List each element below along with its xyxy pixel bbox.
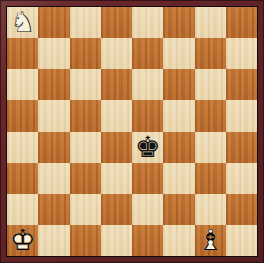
square-d5[interactable] [101, 100, 132, 131]
square-f1[interactable] [163, 225, 194, 256]
piece-black-king-e4[interactable]: ♚ [132, 132, 163, 163]
square-b6[interactable] [38, 69, 69, 100]
square-c4[interactable] [70, 132, 101, 163]
square-f8[interactable] [163, 7, 194, 38]
square-b7[interactable] [38, 38, 69, 69]
square-a5[interactable] [7, 100, 38, 131]
square-b5[interactable] [38, 100, 69, 131]
square-d1[interactable] [101, 225, 132, 256]
square-a1[interactable]: ♚♔ [7, 225, 38, 256]
square-c5[interactable] [70, 100, 101, 131]
square-g7[interactable] [195, 38, 226, 69]
black-king-glyph: ♚ [132, 132, 163, 163]
square-d7[interactable] [101, 38, 132, 69]
piece-white-knight-a8[interactable]: ♞♘ [7, 7, 38, 38]
square-d4[interactable] [101, 132, 132, 163]
square-e6[interactable] [132, 69, 163, 100]
square-b1[interactable] [38, 225, 69, 256]
square-c7[interactable] [70, 38, 101, 69]
square-e3[interactable] [132, 163, 163, 194]
square-g4[interactable] [195, 132, 226, 163]
square-b8[interactable] [38, 7, 69, 38]
square-g3[interactable] [195, 163, 226, 194]
square-g2[interactable] [195, 194, 226, 225]
square-c3[interactable] [70, 163, 101, 194]
piece-white-king-a1[interactable]: ♚♔ [7, 225, 38, 256]
square-e8[interactable] [132, 7, 163, 38]
square-c2[interactable] [70, 194, 101, 225]
square-g1[interactable]: ♝♗ [195, 225, 226, 256]
square-h6[interactable] [226, 69, 257, 100]
chess-board: ♞♘♚♚♔♝♗ [6, 6, 258, 257]
piece-white-bishop-g1[interactable]: ♝♗ [195, 225, 226, 256]
square-d6[interactable] [101, 69, 132, 100]
square-f3[interactable] [163, 163, 194, 194]
square-d2[interactable] [101, 194, 132, 225]
square-h1[interactable] [226, 225, 257, 256]
square-c8[interactable] [70, 7, 101, 38]
square-a6[interactable] [7, 69, 38, 100]
square-f6[interactable] [163, 69, 194, 100]
square-b3[interactable] [38, 163, 69, 194]
square-d8[interactable] [101, 7, 132, 38]
square-b2[interactable] [38, 194, 69, 225]
square-e5[interactable] [132, 100, 163, 131]
square-a3[interactable] [7, 163, 38, 194]
square-h8[interactable] [226, 7, 257, 38]
square-d3[interactable] [101, 163, 132, 194]
square-f2[interactable] [163, 194, 194, 225]
square-f7[interactable] [163, 38, 194, 69]
square-g6[interactable] [195, 69, 226, 100]
square-a2[interactable] [7, 194, 38, 225]
square-b4[interactable] [38, 132, 69, 163]
white-bishop-outline-glyph: ♗ [195, 225, 226, 256]
square-f5[interactable] [163, 100, 194, 131]
square-e2[interactable] [132, 194, 163, 225]
square-g5[interactable] [195, 100, 226, 131]
square-c6[interactable] [70, 69, 101, 100]
chess-board-frame: ♞♘♚♚♔♝♗ [0, 0, 264, 263]
square-e4[interactable]: ♚ [132, 132, 163, 163]
square-g8[interactable] [195, 7, 226, 38]
square-f4[interactable] [163, 132, 194, 163]
square-e1[interactable] [132, 225, 163, 256]
square-c1[interactable] [70, 225, 101, 256]
white-knight-outline-glyph: ♘ [7, 7, 38, 38]
square-e7[interactable] [132, 38, 163, 69]
square-a4[interactable] [7, 132, 38, 163]
square-h3[interactable] [226, 163, 257, 194]
square-h7[interactable] [226, 38, 257, 69]
square-h2[interactable] [226, 194, 257, 225]
square-h5[interactable] [226, 100, 257, 131]
square-h4[interactable] [226, 132, 257, 163]
square-a7[interactable] [7, 38, 38, 69]
white-king-outline-glyph: ♔ [7, 225, 38, 256]
square-a8[interactable]: ♞♘ [7, 7, 38, 38]
